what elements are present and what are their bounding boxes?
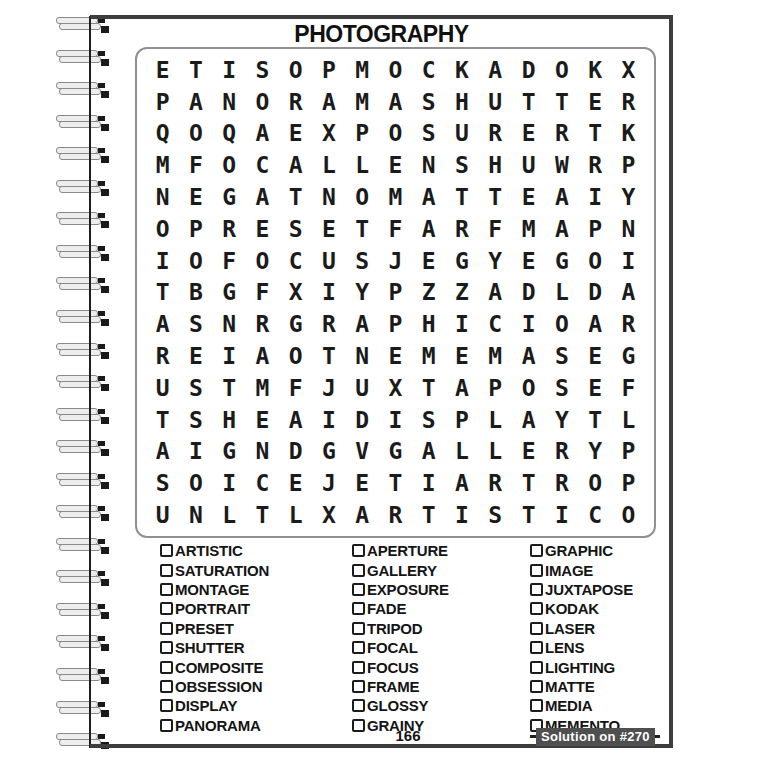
coil-hole [101, 91, 109, 98]
grid-cell-r15c12[interactable]: T [512, 499, 545, 531]
grid-cell-r4c1[interactable]: M [146, 149, 179, 181]
grid-cell-r15c5[interactable]: L [279, 499, 312, 531]
grid-cell-r12c2[interactable]: S [179, 404, 212, 436]
grid-cell-r15c15[interactable]: O [612, 499, 645, 531]
grid-cell-r9c15[interactable]: R [612, 308, 645, 340]
grid-cell-r8c3[interactable]: G [213, 277, 246, 309]
grid-cell-r12c13[interactable]: Y [545, 404, 578, 436]
grid-cell-r3c3[interactable]: Q [213, 118, 246, 150]
grid-cell-r6c13[interactable]: A [545, 213, 578, 245]
word-label: LIGHTING [545, 659, 615, 676]
grid-cell-r12c14[interactable]: T [578, 404, 611, 436]
grid-cell-r1c4[interactable]: S [246, 54, 279, 86]
grid-cell-r14c8[interactable]: T [379, 467, 412, 499]
grid-cell-r14c14[interactable]: O [578, 467, 611, 499]
coil-wire [59, 576, 101, 583]
grid-cell-r8c2[interactable]: B [179, 277, 212, 309]
grid-cell-r13c4[interactable]: N [246, 436, 279, 468]
word-label: PRESET [175, 620, 234, 637]
grid-cell-r12c6[interactable]: I [312, 404, 345, 436]
grid-cell-r2c1[interactable]: P [146, 86, 179, 118]
grid-cell-r1c11[interactable]: A [479, 54, 512, 86]
grid-cell-r3c10[interactable]: U [445, 118, 478, 150]
page-spine-line [89, 16, 91, 748]
grid-cell-r7c2[interactable]: O [179, 245, 212, 277]
grid-cell-r4c9[interactable]: N [412, 149, 445, 181]
coil-hole [101, 286, 109, 293]
grid-cell-r6c4[interactable]: E [246, 213, 279, 245]
grid-cell-r12c1[interactable]: T [146, 404, 179, 436]
spiral-binding-coil [56, 635, 108, 652]
coil-hole [98, 278, 105, 283]
word-label: PANORAMA [175, 717, 261, 734]
grid-cell-r5c15[interactable]: Y [612, 181, 645, 213]
grid-cell-r5c5[interactable]: T [279, 181, 312, 213]
grid-cell-r12c9[interactable]: S [412, 404, 445, 436]
grid-cell-r4c6[interactable]: L [312, 149, 345, 181]
spiral-binding-coil [56, 505, 108, 522]
word-checkbox[interactable] [160, 564, 173, 577]
grid-cell-r15c6[interactable]: X [312, 499, 345, 531]
grid-cell-r13c5[interactable]: D [279, 436, 312, 468]
grid-cell-r15c8[interactable]: R [379, 499, 412, 531]
grid-cell-r15c11[interactable]: S [479, 499, 512, 531]
spiral-binding-coil [56, 147, 108, 164]
grid-cell-r3c8[interactable]: O [379, 118, 412, 150]
grid-cell-r13c2[interactable]: I [179, 436, 212, 468]
grid-cell-r6c10[interactable]: R [445, 213, 478, 245]
grid-cell-r13c13[interactable]: R [545, 436, 578, 468]
word-checkbox[interactable] [530, 583, 543, 596]
grid-cell-r6c9[interactable]: A [412, 213, 445, 245]
grid-cell-r3c4[interactable]: A [246, 118, 279, 150]
grid-cell-r8c12[interactable]: D [512, 277, 545, 309]
grid-cell-r14c13[interactable]: R [545, 467, 578, 499]
grid-cell-r5c3[interactable]: G [213, 181, 246, 213]
grid-cell-r4c13[interactable]: W [545, 149, 578, 181]
word-checkbox[interactable] [352, 622, 365, 635]
grid-cell-r10c1[interactable]: R [146, 340, 179, 372]
coil-hole [98, 344, 105, 349]
grid-cell-r4c5[interactable]: A [279, 149, 312, 181]
grid-cell-r11c14[interactable]: E [578, 372, 611, 404]
grid-cell-r14c15[interactable]: P [612, 467, 645, 499]
grid-cell-r8c10[interactable]: Z [445, 277, 478, 309]
word-checkbox[interactable] [530, 544, 543, 557]
grid-cell-r8c14[interactable]: D [578, 277, 611, 309]
grid-cell-r2c14[interactable]: E [578, 86, 611, 118]
grid-cell-r7c14[interactable]: O [578, 245, 611, 277]
grid-cell-r8c5[interactable]: X [279, 277, 312, 309]
grid-cell-r2c13[interactable]: T [545, 86, 578, 118]
grid-cell-r6c3[interactable]: R [213, 213, 246, 245]
grid-cell-r4c8[interactable]: E [379, 149, 412, 181]
word-checkbox[interactable] [352, 544, 365, 557]
grid-cell-r8c7[interactable]: Y [346, 277, 379, 309]
grid-cell-r7c13[interactable]: G [545, 245, 578, 277]
word-checkbox[interactable] [352, 699, 365, 712]
grid-cell-r6c2[interactable]: P [179, 213, 212, 245]
grid-cell-r3c6[interactable]: X [312, 118, 345, 150]
spiral-binding-coil [56, 440, 108, 457]
grid-cell-r6c7[interactable]: T [346, 213, 379, 245]
grid-cell-r5c14[interactable]: I [578, 181, 611, 213]
grid-cell-r10c4[interactable]: A [246, 340, 279, 372]
grid-cell-r9c2[interactable]: S [179, 308, 212, 340]
grid-cell-r15c4[interactable]: T [246, 499, 279, 531]
coil-hole [98, 246, 105, 251]
grid-cell-r7c6[interactable]: U [312, 245, 345, 277]
grid-cell-r3c11[interactable]: R [479, 118, 512, 150]
grid-cell-r10c14[interactable]: E [578, 340, 611, 372]
grid-cell-r3c14[interactable]: T [578, 118, 611, 150]
grid-cell-r6c8[interactable]: F [379, 213, 412, 245]
grid-cell-r8c8[interactable]: P [379, 277, 412, 309]
coil-wire [59, 511, 101, 518]
coil-hole [101, 644, 109, 651]
grid-cell-r12c4[interactable]: E [246, 404, 279, 436]
coil-hole [101, 156, 109, 163]
grid-cell-r8c13[interactable]: L [545, 277, 578, 309]
word-label: DISPLAY [175, 697, 237, 714]
coil-hole [101, 59, 109, 66]
grid-cell-r9c6[interactable]: R [312, 308, 345, 340]
grid-cell-r9c7[interactable]: A [346, 308, 379, 340]
coil-wire [59, 381, 101, 388]
word-checkbox[interactable] [160, 641, 173, 654]
grid-cell-r8c6[interactable]: I [312, 277, 345, 309]
coil-hole [101, 254, 109, 261]
word-checkbox[interactable] [352, 602, 365, 615]
grid-cell-r5c2[interactable]: E [179, 181, 212, 213]
grid-cell-r9c14[interactable]: A [578, 308, 611, 340]
grid-cell-r2c11[interactable]: U [479, 86, 512, 118]
coil-hole [101, 189, 109, 196]
grid-cell-r3c12[interactable]: E [512, 118, 545, 150]
grid-cell-r2c5[interactable]: R [279, 86, 312, 118]
grid-cell-r7c15[interactable]: I [612, 245, 645, 277]
grid-cell-r9c5[interactable]: G [279, 308, 312, 340]
word-checkbox[interactable] [160, 680, 173, 693]
word-checkbox[interactable] [160, 583, 173, 596]
grid-cell-r15c1[interactable]: U [146, 499, 179, 531]
grid-cell-r13c15[interactable]: P [612, 436, 645, 468]
grid-cell-r1c3[interactable]: I [213, 54, 246, 86]
grid-cell-r9c1[interactable]: A [146, 308, 179, 340]
grid-cell-r4c14[interactable]: R [578, 149, 611, 181]
grid-cell-r15c7[interactable]: A [346, 499, 379, 531]
grid-cell-r7c9[interactable]: E [412, 245, 445, 277]
word-label: PORTRAIT [175, 600, 250, 617]
grid-cell-r3c7[interactable]: P [346, 118, 379, 150]
grid-cell-r15c9[interactable]: T [412, 499, 445, 531]
coil-hole [101, 547, 109, 554]
grid-cell-r2c3[interactable]: N [213, 86, 246, 118]
grid-cell-r8c15[interactable]: A [612, 277, 645, 309]
grid-cell-r1c6[interactable]: P [312, 54, 345, 86]
grid-cell-r9c9[interactable]: H [412, 308, 445, 340]
grid-cell-r13c1[interactable]: A [146, 436, 179, 468]
grid-cell-r5c11[interactable]: T [479, 181, 512, 213]
grid-cell-r12c12[interactable]: A [512, 404, 545, 436]
grid-cell-r11c11[interactable]: P [479, 372, 512, 404]
grid-cell-r4c15[interactable]: P [612, 149, 645, 181]
coil-hole [98, 702, 105, 707]
grid-cell-r5c1[interactable]: N [146, 181, 179, 213]
word-label: SHUTTER [175, 639, 244, 656]
grid-cell-r12c7[interactable]: D [346, 404, 379, 436]
grid-cell-r13c10[interactable]: L [445, 436, 478, 468]
grid-cell-r7c11[interactable]: Y [479, 245, 512, 277]
grid-cell-r12c5[interactable]: A [279, 404, 312, 436]
grid-cell-r11c7[interactable]: U [346, 372, 379, 404]
grid-cell-r11c15[interactable]: F [612, 372, 645, 404]
grid-cell-r10c11[interactable]: M [479, 340, 512, 372]
grid-cell-r12c8[interactable]: I [379, 404, 412, 436]
grid-cell-r6c12[interactable]: M [512, 213, 545, 245]
word-list-item: EXPOSURE [352, 580, 449, 599]
word-checkbox[interactable] [530, 641, 543, 654]
grid-cell-r2c7[interactable]: M [346, 86, 379, 118]
word-checkbox[interactable] [530, 602, 543, 615]
grid-cell-r13c6[interactable]: G [312, 436, 345, 468]
grid-cell-r14c9[interactable]: I [412, 467, 445, 499]
grid-cell-r7c7[interactable]: S [346, 245, 379, 277]
grid-cell-r1c10[interactable]: K [445, 54, 478, 86]
grid-cell-r13c7[interactable]: V [346, 436, 379, 468]
grid-cell-r1c12[interactable]: D [512, 54, 545, 86]
word-label: FRAME [367, 678, 419, 695]
grid-cell-r3c9[interactable]: S [412, 118, 445, 150]
word-checkbox[interactable] [160, 661, 173, 674]
word-checkbox[interactable] [160, 699, 173, 712]
grid-cell-r13c12[interactable]: E [512, 436, 545, 468]
grid-cell-r4c12[interactable]: U [512, 149, 545, 181]
coil-hole [101, 417, 109, 424]
grid-cell-r5c9[interactable]: A [412, 181, 445, 213]
grid-cell-r6c1[interactable]: O [146, 213, 179, 245]
grid-cell-r13c8[interactable]: G [379, 436, 412, 468]
grid-cell-r7c3[interactable]: F [213, 245, 246, 277]
grid-cell-r15c3[interactable]: L [213, 499, 246, 531]
grid-cell-r4c11[interactable]: H [479, 149, 512, 181]
word-label: SATURATION [175, 562, 269, 579]
grid-cell-r2c6[interactable]: A [312, 86, 345, 118]
grid-cell-r4c2[interactable]: F [179, 149, 212, 181]
grid-cell-r1c5[interactable]: O [279, 54, 312, 86]
grid-cell-r10c9[interactable]: M [412, 340, 445, 372]
coil-wire [59, 88, 101, 95]
grid-cell-r5c8[interactable]: M [379, 181, 412, 213]
grid-cell-r14c1[interactable]: S [146, 467, 179, 499]
word-checkbox[interactable] [530, 699, 543, 712]
grid-cell-r8c1[interactable]: T [146, 277, 179, 309]
grid-cell-r1c15[interactable]: X [612, 54, 645, 86]
grid-cell-r7c4[interactable]: O [246, 245, 279, 277]
grid-cell-r11c6[interactable]: J [312, 372, 345, 404]
grid-cell-r9c13[interactable]: O [545, 308, 578, 340]
grid-cell-r7c8[interactable]: J [379, 245, 412, 277]
grid-cell-r15c13[interactable]: I [545, 499, 578, 531]
grid-cell-r11c2[interactable]: S [179, 372, 212, 404]
grid-cell-r4c3[interactable]: O [213, 149, 246, 181]
word-checkbox[interactable] [160, 719, 173, 732]
grid-cell-r6c6[interactable]: E [312, 213, 345, 245]
grid-cell-r7c1[interactable]: I [146, 245, 179, 277]
grid-cell-r10c12[interactable]: A [512, 340, 545, 372]
word-list-item: APERTURE [352, 541, 449, 560]
grid-cell-r12c10[interactable]: P [445, 404, 478, 436]
word-checkbox[interactable] [160, 602, 173, 615]
grid-cell-r14c12[interactable]: T [512, 467, 545, 499]
word-list-item: TRIPOD [352, 619, 449, 638]
grid-cell-r13c14[interactable]: Y [578, 436, 611, 468]
grid-cell-r11c4[interactable]: M [246, 372, 279, 404]
grid-cell-r10c15[interactable]: G [612, 340, 645, 372]
grid-cell-r10c3[interactable]: I [213, 340, 246, 372]
grid-cell-r10c10[interactable]: E [445, 340, 478, 372]
grid-cell-r10c13[interactable]: S [545, 340, 578, 372]
grid-cell-r5c10[interactable]: T [445, 181, 478, 213]
grid-cell-r1c9[interactable]: C [412, 54, 445, 86]
grid-cell-r9c8[interactable]: P [379, 308, 412, 340]
grid-cell-r2c8[interactable]: A [379, 86, 412, 118]
grid-cell-r13c9[interactable]: A [412, 436, 445, 468]
word-checkbox[interactable] [352, 583, 365, 596]
grid-cell-r4c7[interactable]: L [346, 149, 379, 181]
grid-cell-r3c15[interactable]: K [612, 118, 645, 150]
spiral-binding-coil [56, 701, 108, 718]
grid-cell-r4c4[interactable]: C [246, 149, 279, 181]
grid-cell-r13c3[interactable]: G [213, 436, 246, 468]
word-checkbox[interactable] [352, 564, 365, 577]
word-list-column-1: ARTISTICSATURATIONMONTAGEPORTRAITPRESETS… [160, 541, 269, 735]
grid-cell-r3c13[interactable]: R [545, 118, 578, 150]
grid-cell-r8c4[interactable]: F [246, 277, 279, 309]
grid-cell-r14c11[interactable]: R [479, 467, 512, 499]
word-label: APERTURE [367, 542, 448, 559]
grid-cell-r11c9[interactable]: T [412, 372, 445, 404]
word-checkbox[interactable] [352, 661, 365, 674]
grid-cell-r10c8[interactable]: E [379, 340, 412, 372]
grid-cell-r5c13[interactable]: A [545, 181, 578, 213]
grid-cell-r11c8[interactable]: X [379, 372, 412, 404]
grid-cell-r6c5[interactable]: S [279, 213, 312, 245]
grid-cell-r11c10[interactable]: A [445, 372, 478, 404]
grid-cell-r1c2[interactable]: T [179, 54, 212, 86]
coil-hole [98, 474, 105, 479]
grid-cell-r7c12[interactable]: E [512, 245, 545, 277]
grid-cell-r9c12[interactable]: I [512, 308, 545, 340]
word-checkbox[interactable] [530, 564, 543, 577]
grid-cell-r2c2[interactable]: A [179, 86, 212, 118]
grid-cell-r2c9[interactable]: S [412, 86, 445, 118]
grid-cell-r10c6[interactable]: T [312, 340, 345, 372]
grid-cell-r12c15[interactable]: L [612, 404, 645, 436]
word-checkbox[interactable] [160, 544, 173, 557]
grid-cell-r1c1[interactable]: E [146, 54, 179, 86]
coil-hole [98, 83, 105, 88]
grid-cell-r15c14[interactable]: C [578, 499, 611, 531]
grid-cell-r7c5[interactable]: C [279, 245, 312, 277]
grid-cell-r13c11[interactable]: L [479, 436, 512, 468]
grid-cell-r5c6[interactable]: N [312, 181, 345, 213]
grid-cell-r6c14[interactable]: P [578, 213, 611, 245]
grid-cell-r11c1[interactable]: U [146, 372, 179, 404]
word-checkbox[interactable] [160, 622, 173, 635]
coil-hole [101, 384, 109, 391]
word-checkbox[interactable] [530, 680, 543, 693]
grid-cell-r1c13[interactable]: O [545, 54, 578, 86]
grid-cell-r5c7[interactable]: O [346, 181, 379, 213]
coil-hole [98, 148, 105, 153]
grid-cell-r4c10[interactable]: S [445, 149, 478, 181]
grid-cell-r12c3[interactable]: H [213, 404, 246, 436]
coil-hole [98, 311, 105, 316]
grid-cell-r9c11[interactable]: C [479, 308, 512, 340]
grid-cell-r9c4[interactable]: R [246, 308, 279, 340]
grid-cell-r14c6[interactable]: J [312, 467, 345, 499]
word-checkbox[interactable] [352, 641, 365, 654]
grid-cell-r2c4[interactable]: O [246, 86, 279, 118]
grid-cell-r1c14[interactable]: K [578, 54, 611, 86]
grid-cell-r14c10[interactable]: A [445, 467, 478, 499]
grid-cell-r8c11[interactable]: A [479, 277, 512, 309]
word-checkbox[interactable] [352, 680, 365, 693]
grid-cell-r14c4[interactable]: C [246, 467, 279, 499]
spiral-binding-coil [56, 375, 108, 392]
grid-cell-r7c10[interactable]: G [445, 245, 478, 277]
word-checkbox[interactable] [530, 661, 543, 674]
grid-cell-r3c2[interactable]: O [179, 118, 212, 150]
grid-cell-r14c2[interactable]: O [179, 467, 212, 499]
word-label: ARTISTIC [175, 542, 243, 559]
word-checkbox[interactable] [530, 622, 543, 635]
grid-cell-r5c4[interactable]: A [246, 181, 279, 213]
grid-cell-r10c2[interactable]: E [179, 340, 212, 372]
grid-cell-r11c5[interactable]: F [279, 372, 312, 404]
spiral-binding-coil [56, 245, 108, 262]
grid-cell-r14c7[interactable]: E [346, 467, 379, 499]
grid-cell-r12c11[interactable]: L [479, 404, 512, 436]
word-list-item: MEDIA [530, 696, 660, 715]
grid-cell-r11c13[interactable]: S [545, 372, 578, 404]
grid-cell-r2c10[interactable]: H [445, 86, 478, 118]
grid-cell-r11c3[interactable]: T [213, 372, 246, 404]
word-list-item: FOCAL [352, 638, 449, 657]
grid-cell-r1c8[interactable]: O [379, 54, 412, 86]
grid-cell-r14c3[interactable]: I [213, 467, 246, 499]
grid-cell-r10c5[interactable]: O [279, 340, 312, 372]
grid-cell-r11c12[interactable]: O [512, 372, 545, 404]
grid-cell-r14c5[interactable]: E [279, 467, 312, 499]
grid-cell-r15c10[interactable]: I [445, 499, 478, 531]
grid-cell-r15c2[interactable]: N [179, 499, 212, 531]
grid-cell-r1c7[interactable]: M [346, 54, 379, 86]
grid-cell-r6c11[interactable]: F [479, 213, 512, 245]
grid-cell-r2c15[interactable]: R [612, 86, 645, 118]
grid-cell-r8c9[interactable]: Z [412, 277, 445, 309]
grid-cell-r6c15[interactable]: N [612, 213, 645, 245]
grid-cell-r2c12[interactable]: T [512, 86, 545, 118]
grid-cell-r9c10[interactable]: I [445, 308, 478, 340]
grid-cell-r3c1[interactable]: Q [146, 118, 179, 150]
grid-cell-r3c5[interactable]: E [279, 118, 312, 150]
spiral-binding-coil [56, 343, 108, 360]
grid-cell-r5c12[interactable]: E [512, 181, 545, 213]
grid-cell-r9c3[interactable]: N [213, 308, 246, 340]
grid-cell-r10c7[interactable]: N [346, 340, 379, 372]
